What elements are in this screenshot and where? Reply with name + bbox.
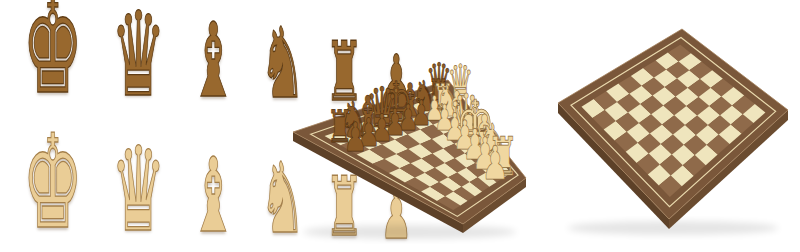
light-pawn: ♟ [481,136,508,189]
board-squares [582,45,766,197]
piece-set-display: ♚♛♝♞♜♟ ♚♛♝♞♜♟ [0,0,283,252]
chess-product-collage: ♚♛♝♞♜♟ ♚♛♝♞♜♟ ♛♛♜♜♞♟♞♝♟♟♚♝♟♛♟♟♝♛♟♞♟♟♜♚♟♟… [0,0,800,252]
sheesham-pieces-row: ♚♛♝♞♜♟ [8,4,276,113]
sheesham-bishop: ♝ [190,10,238,113]
board-shadow [302,225,516,239]
set-board-svg: ♛♛♜♜♞♟♞♝♟♟♚♝♟♛♟♟♝♛♟♞♟♟♜♚♟♟♟♝♟♞♟♜♟ [283,0,548,252]
sheesham-queen: ♛ [111,0,166,113]
chess-board-with-pieces: ♛♛♜♜♞♟♞♝♟♟♚♝♟♛♟♟♝♛♟♞♟♟♜♚♟♟♟♝♟♞♟♜♟ [283,0,548,252]
boxwood-pieces-row: ♚♛♝♞♜♟ [8,138,276,248]
boxwood-bishop: ♝ [190,145,238,248]
dark-pawn: ♟ [343,113,367,160]
empty-board-svg [548,0,800,252]
empty-chess-board [548,0,800,252]
sheesham-king: ♚ [22,0,83,113]
boxwood-king: ♚ [22,118,83,248]
boxwood-queen: ♛ [111,131,166,248]
